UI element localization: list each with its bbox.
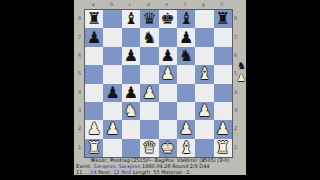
square-g5[interactable]: ♝ bbox=[195, 65, 213, 83]
black-queen: ♛ bbox=[142, 11, 156, 27]
coord-label: 5 bbox=[77, 64, 82, 82]
square-d5[interactable] bbox=[140, 65, 158, 83]
square-h5[interactable] bbox=[214, 65, 232, 83]
square-g2[interactable] bbox=[195, 120, 213, 138]
square-b6[interactable] bbox=[103, 47, 121, 65]
coord-label: 4 bbox=[77, 83, 82, 101]
coord-label: b bbox=[102, 2, 120, 7]
coord-label: 7 bbox=[233, 27, 238, 45]
black-bishop: ♝ bbox=[179, 11, 193, 27]
coord-label: 8 bbox=[77, 9, 82, 27]
white-pawn-material-icon: ♟ bbox=[237, 72, 246, 83]
square-b8[interactable] bbox=[103, 10, 121, 28]
white-bishop: ♝ bbox=[197, 66, 211, 82]
square-h6[interactable] bbox=[214, 47, 232, 65]
chess-viewer-panel: abcdefgh 87654321 ♜♝♛♚♝♜♟♞♟♟♟♞♟♝♟♟♟♞♟♟♟♟… bbox=[74, 0, 246, 175]
square-c8[interactable]: ♝ bbox=[122, 10, 140, 28]
black-pawn: ♟ bbox=[124, 48, 138, 64]
square-g8[interactable] bbox=[195, 10, 213, 28]
black-pawn: ♟ bbox=[105, 85, 119, 101]
square-b3[interactable] bbox=[103, 102, 121, 120]
square-f5[interactable] bbox=[177, 65, 195, 83]
game-info-footer: Nikolic, Predrag (2515) -- Bagirov, Vlad… bbox=[74, 158, 246, 176]
coord-label: c bbox=[121, 2, 139, 7]
black-pawn: ♟ bbox=[87, 30, 101, 46]
coord-label: 1 bbox=[233, 138, 238, 156]
square-g4[interactable] bbox=[195, 84, 213, 102]
white-pawn: ♟ bbox=[216, 121, 230, 137]
square-e2[interactable] bbox=[159, 120, 177, 138]
square-e7[interactable] bbox=[159, 28, 177, 46]
square-d3[interactable] bbox=[140, 102, 158, 120]
coord-label: e bbox=[158, 2, 176, 7]
coord-label: 6 bbox=[77, 46, 82, 64]
square-a7[interactable]: ♟ bbox=[85, 28, 103, 46]
black-knight: ♞ bbox=[179, 48, 193, 64]
coord-label: d bbox=[139, 2, 157, 7]
square-c6[interactable]: ♟ bbox=[122, 47, 140, 65]
coord-label: 3 bbox=[233, 101, 238, 119]
coord-label: h bbox=[213, 2, 231, 7]
square-a6[interactable] bbox=[85, 47, 103, 65]
square-f7[interactable]: ♟ bbox=[177, 28, 195, 46]
square-a2[interactable]: ♟ bbox=[85, 120, 103, 138]
coord-label: 8 bbox=[233, 9, 238, 27]
coord-label: f bbox=[176, 2, 194, 7]
white-pawn: ♟ bbox=[87, 121, 101, 137]
rank-labels-left: 87654321 bbox=[77, 9, 82, 156]
square-b1[interactable] bbox=[103, 139, 121, 157]
footer-text: Length: 55 Material: -1 bbox=[131, 169, 190, 175]
footer-text: Next: bbox=[97, 169, 114, 175]
square-h7[interactable] bbox=[214, 28, 232, 46]
white-pawn: ♟ bbox=[197, 103, 211, 119]
black-knight-material-icon: ♞ bbox=[237, 60, 246, 71]
square-c1[interactable] bbox=[122, 139, 140, 157]
coord-label: 2 bbox=[233, 119, 238, 137]
square-b2[interactable]: ♟ bbox=[103, 120, 121, 138]
square-f3[interactable] bbox=[177, 102, 195, 120]
square-a1[interactable]: ♜ bbox=[85, 139, 103, 157]
square-d4[interactable]: ♟ bbox=[140, 84, 158, 102]
square-e5[interactable]: ♟ bbox=[159, 65, 177, 83]
square-h2[interactable]: ♟ bbox=[214, 120, 232, 138]
white-rook: ♜ bbox=[216, 140, 230, 156]
black-bishop: ♝ bbox=[124, 11, 138, 27]
black-pawn: ♟ bbox=[161, 48, 175, 64]
black-rook: ♜ bbox=[87, 11, 101, 27]
captured-material-tray: ♞♟ bbox=[237, 60, 246, 83]
square-d2[interactable] bbox=[140, 120, 158, 138]
white-pawn: ♟ bbox=[161, 66, 175, 82]
footer-link-text[interactable]: ... b4 bbox=[84, 169, 97, 175]
square-a5[interactable] bbox=[85, 65, 103, 83]
black-rook: ♜ bbox=[216, 11, 230, 27]
white-knight: ♞ bbox=[124, 103, 138, 119]
square-g7[interactable] bbox=[195, 28, 213, 46]
white-pawn: ♟ bbox=[105, 121, 119, 137]
square-a8[interactable]: ♜ bbox=[85, 10, 103, 28]
square-g6[interactable] bbox=[195, 47, 213, 65]
square-f6[interactable]: ♞ bbox=[177, 47, 195, 65]
square-e8[interactable]: ♚ bbox=[159, 10, 177, 28]
coord-label: 1 bbox=[77, 138, 82, 156]
square-f4[interactable] bbox=[177, 84, 195, 102]
square-e4[interactable] bbox=[159, 84, 177, 102]
coord-label: 2 bbox=[77, 119, 82, 137]
black-knight: ♞ bbox=[142, 30, 156, 46]
square-a4[interactable] bbox=[85, 84, 103, 102]
footer-text: 11 bbox=[76, 169, 84, 175]
square-a3[interactable] bbox=[85, 102, 103, 120]
black-pawn: ♟ bbox=[179, 30, 193, 46]
coord-label: g bbox=[194, 2, 212, 7]
square-c3[interactable]: ♞ bbox=[122, 102, 140, 120]
white-king: ♚ bbox=[161, 140, 175, 156]
square-d8[interactable]: ♛ bbox=[140, 10, 158, 28]
footer-link-text[interactable]: 12 Ne4 bbox=[113, 169, 131, 175]
square-c7[interactable] bbox=[122, 28, 140, 46]
square-g1[interactable] bbox=[195, 139, 213, 157]
square-h1[interactable]: ♜ bbox=[214, 139, 232, 157]
square-f2[interactable]: ♟ bbox=[177, 120, 195, 138]
white-rook: ♜ bbox=[87, 140, 101, 156]
white-queen: ♛ bbox=[142, 140, 156, 156]
square-d6[interactable] bbox=[140, 47, 158, 65]
white-pawn: ♟ bbox=[142, 85, 156, 101]
square-h8[interactable]: ♜ bbox=[214, 10, 232, 28]
square-e1[interactable]: ♚ bbox=[159, 139, 177, 157]
chess-board[interactable]: ♜♝♛♚♝♜♟♞♟♟♟♞♟♝♟♟♟♞♟♟♟♟♟♜♛♚♝♜ bbox=[84, 9, 233, 158]
square-b4[interactable]: ♟ bbox=[103, 84, 121, 102]
square-g3[interactable]: ♟ bbox=[195, 102, 213, 120]
square-e3[interactable] bbox=[159, 102, 177, 120]
square-h4[interactable] bbox=[214, 84, 232, 102]
coord-label: 4 bbox=[233, 83, 238, 101]
square-f8[interactable]: ♝ bbox=[177, 10, 195, 28]
square-b7[interactable] bbox=[103, 28, 121, 46]
square-d7[interactable]: ♞ bbox=[140, 28, 158, 46]
coord-label: 3 bbox=[77, 101, 82, 119]
moves-status-line: 11 ... b4 Next: 12 Ne4 Length: 55 Materi… bbox=[74, 170, 246, 175]
square-c2[interactable] bbox=[122, 120, 140, 138]
square-b5[interactable] bbox=[103, 65, 121, 83]
video-frame: { "game": "chess", "position": { "fen": … bbox=[0, 0, 320, 180]
white-pawn: ♟ bbox=[179, 121, 193, 137]
square-c5[interactable] bbox=[122, 65, 140, 83]
square-d1[interactable]: ♛ bbox=[140, 139, 158, 157]
square-h3[interactable] bbox=[214, 102, 232, 120]
square-c4[interactable]: ♟ bbox=[122, 84, 140, 102]
coord-label: 7 bbox=[77, 27, 82, 45]
white-bishop: ♝ bbox=[179, 140, 193, 156]
black-king: ♚ bbox=[161, 11, 175, 27]
file-labels-top: abcdefgh bbox=[84, 2, 231, 7]
coord-label: a bbox=[84, 2, 102, 7]
square-f1[interactable]: ♝ bbox=[177, 139, 195, 157]
black-pawn: ♟ bbox=[124, 85, 138, 101]
square-e6[interactable]: ♟ bbox=[159, 47, 177, 65]
